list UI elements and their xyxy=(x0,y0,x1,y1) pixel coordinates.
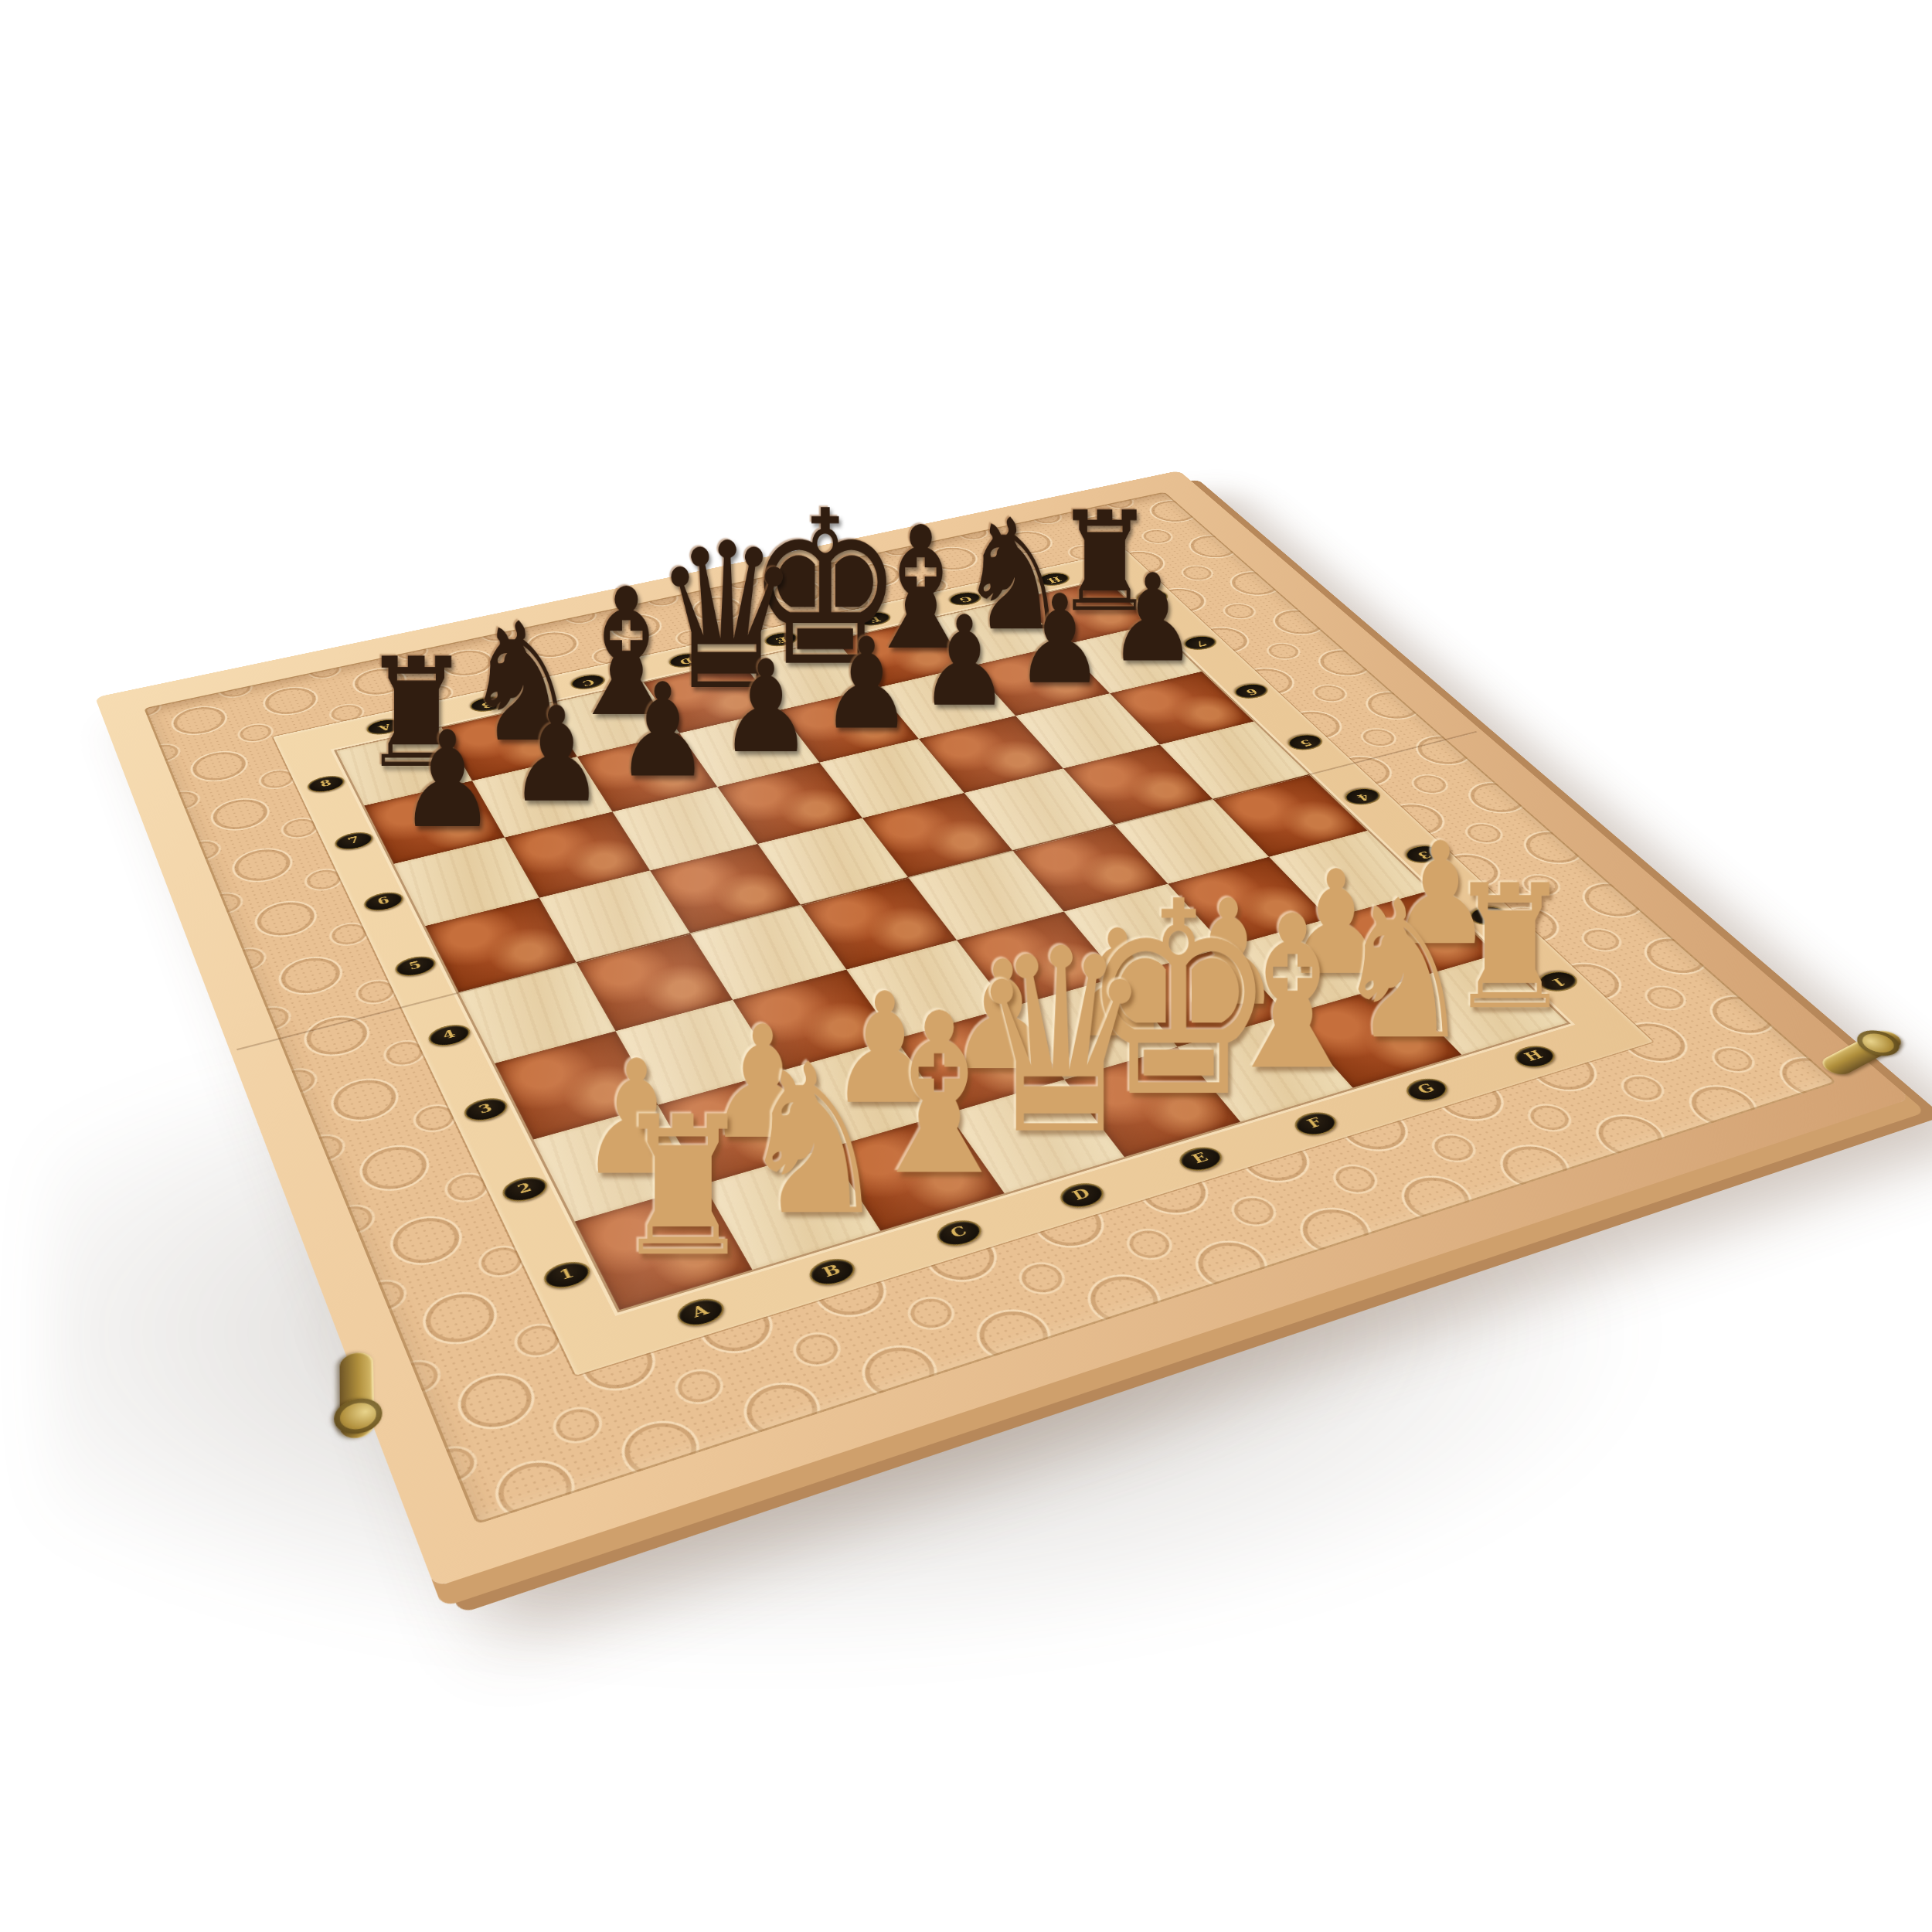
chess-board: AABBCCDDEEFFGGHH1122334455667788 ♜♞♝♛♚♝♞… xyxy=(95,471,1910,1587)
scene: AABBCCDDEEFFGGHH1122334455667788 ♜♞♝♛♚♝♞… xyxy=(0,0,1932,1932)
piece-white-rook-a1[interactable]: ♜ xyxy=(568,1091,799,1284)
